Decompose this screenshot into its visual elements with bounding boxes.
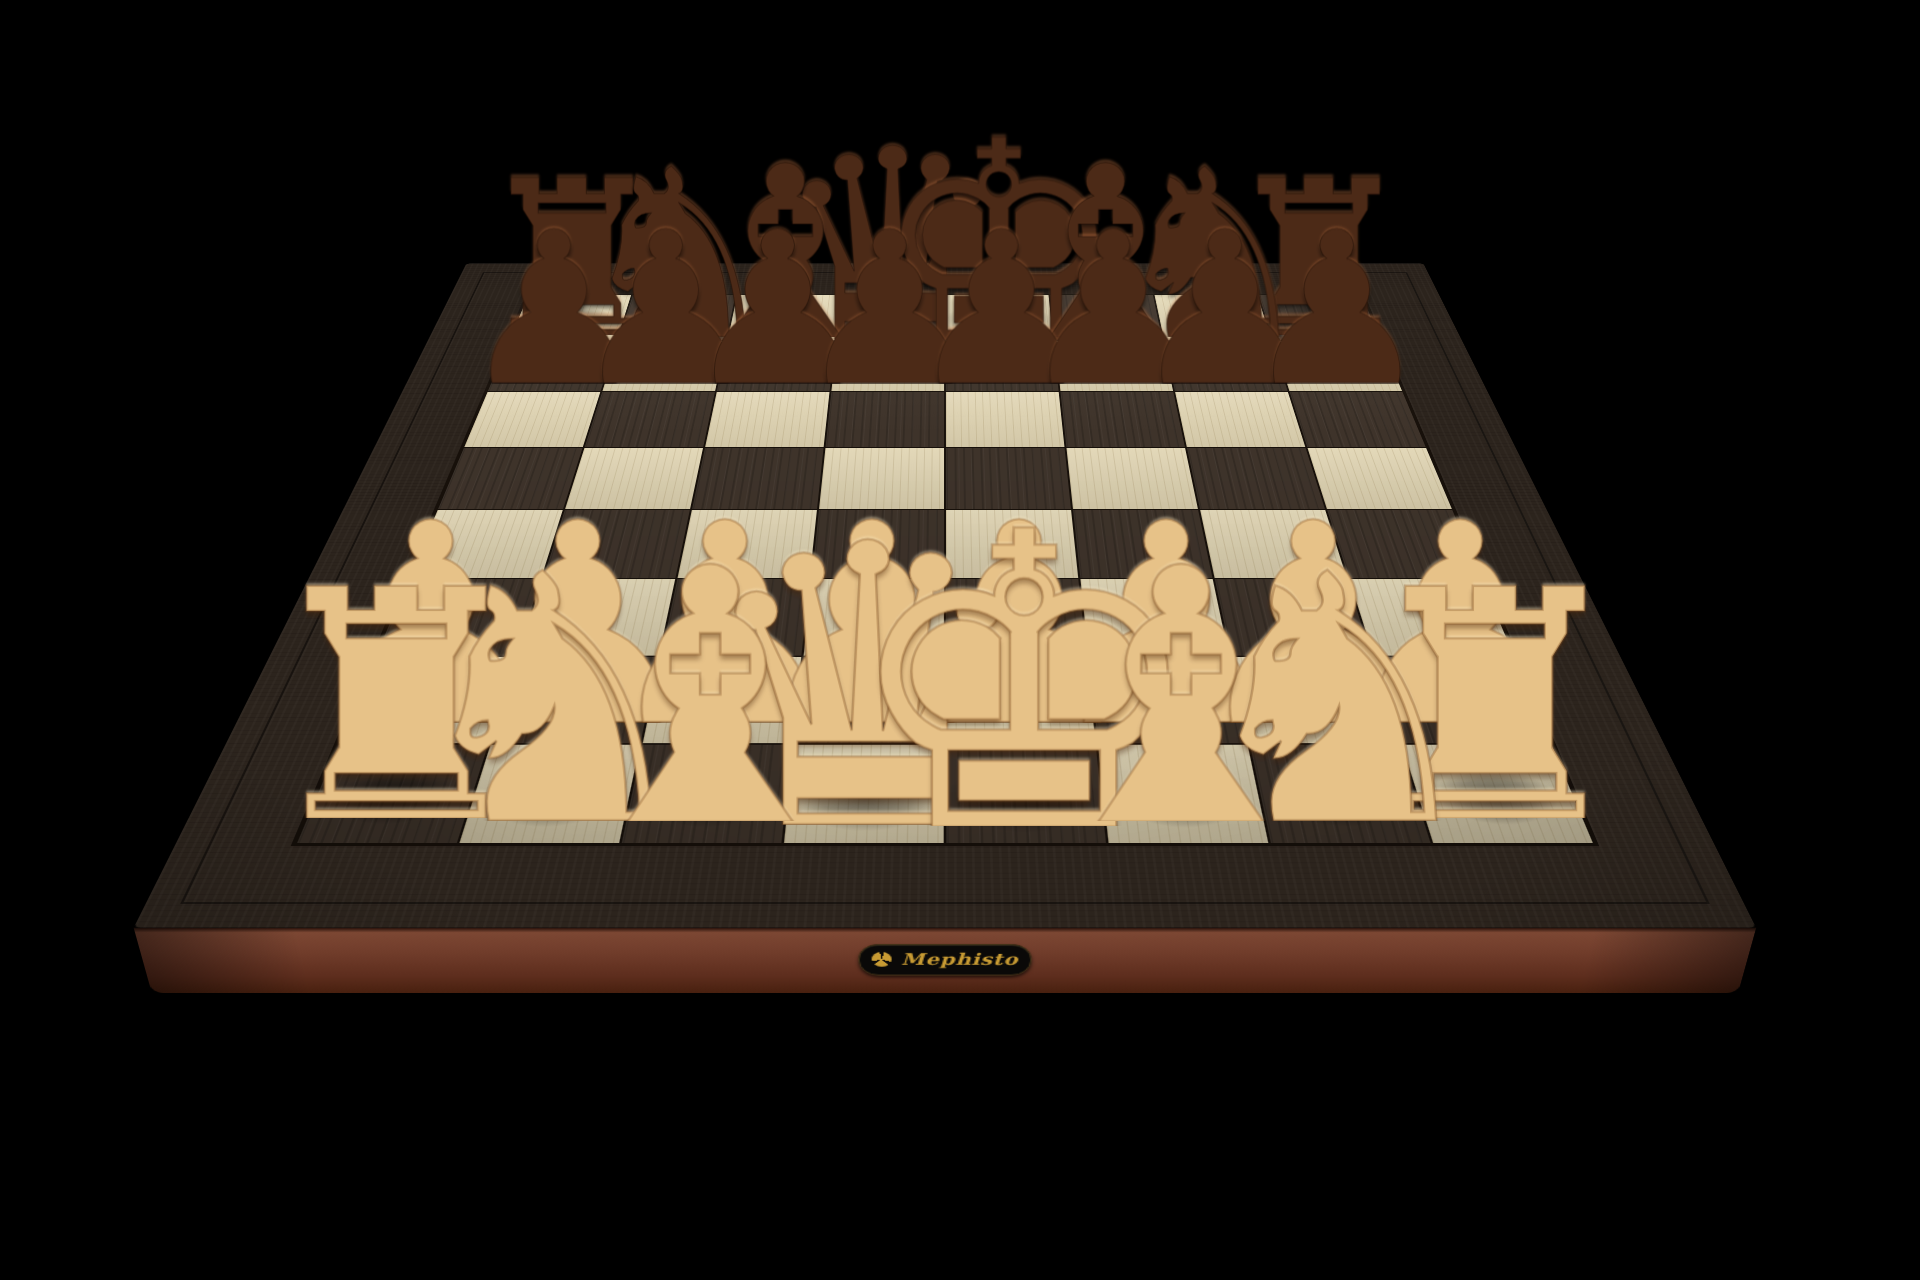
mephisto-pinwheel-icon — [872, 952, 892, 967]
chess-board: ♜♞♝♛♚♝♞♜♟♟♟♟♟♟♟♟♟♟♟♟♟♟♟♟♜♞♝♛♚♝♞♜ Mephist… — [134, 264, 1757, 928]
perspective-scene: ♜♞♝♛♚♝♞♜♟♟♟♟♟♟♟♟♟♟♟♟♟♟♟♟♜♞♝♛♚♝♞♜ Mephist… — [0, 0, 1920, 1280]
white-bishop-glyph: ♝ — [551, 523, 868, 876]
mephisto-badge: Mephisto — [858, 943, 1032, 975]
board-front-edge: Mephisto — [134, 928, 1757, 993]
photo-stage: ♜♞♝♛♚♝♞♜♟♟♟♟♟♟♟♟♟♟♟♟♟♟♟♟♜♞♝♛♚♝♞♜ Mephist… — [0, 0, 1920, 1280]
white-bishop-glyph: ♝ — [1022, 523, 1339, 876]
mephisto-logo-text: Mephisto — [901, 950, 1019, 969]
